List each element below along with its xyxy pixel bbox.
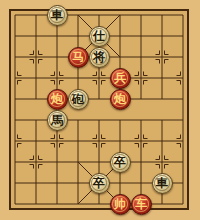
piece-glyph: 炮 bbox=[114, 93, 126, 105]
piece-glyph: 仕 bbox=[93, 30, 105, 42]
red-chariot[interactable]: 车 bbox=[131, 194, 152, 215]
red-soldier[interactable]: 兵 bbox=[110, 68, 131, 89]
xiangqi-board[interactable]: 車仕将马兵炮砲炮馬卒卒車帅车 bbox=[0, 0, 200, 220]
black-soldier[interactable]: 卒 bbox=[89, 173, 110, 194]
piece-glyph: 将 bbox=[93, 51, 105, 63]
pieces-layer: 車仕将马兵炮砲炮馬卒卒車帅车 bbox=[0, 0, 200, 220]
black-chariot[interactable]: 車 bbox=[152, 173, 173, 194]
red-cannon[interactable]: 炮 bbox=[47, 89, 68, 110]
piece-glyph: 马 bbox=[72, 51, 84, 63]
black-advisor[interactable]: 仕 bbox=[89, 26, 110, 47]
piece-glyph: 帅 bbox=[114, 198, 126, 210]
red-horse[interactable]: 马 bbox=[68, 47, 89, 68]
black-general[interactable]: 将 bbox=[89, 47, 110, 68]
black-cannon[interactable]: 砲 bbox=[68, 89, 89, 110]
red-cannon[interactable]: 炮 bbox=[110, 89, 131, 110]
piece-glyph: 车 bbox=[135, 198, 147, 210]
piece-glyph: 馬 bbox=[51, 114, 63, 126]
piece-glyph: 車 bbox=[51, 9, 63, 21]
black-soldier[interactable]: 卒 bbox=[110, 152, 131, 173]
piece-glyph: 卒 bbox=[93, 177, 105, 189]
black-horse[interactable]: 馬 bbox=[47, 110, 68, 131]
piece-glyph: 卒 bbox=[114, 156, 126, 168]
red-general[interactable]: 帅 bbox=[110, 194, 131, 215]
piece-glyph: 車 bbox=[156, 177, 168, 189]
piece-glyph: 炮 bbox=[51, 93, 63, 105]
piece-glyph: 兵 bbox=[114, 72, 126, 84]
black-chariot[interactable]: 車 bbox=[47, 5, 68, 26]
piece-glyph: 砲 bbox=[72, 93, 84, 105]
